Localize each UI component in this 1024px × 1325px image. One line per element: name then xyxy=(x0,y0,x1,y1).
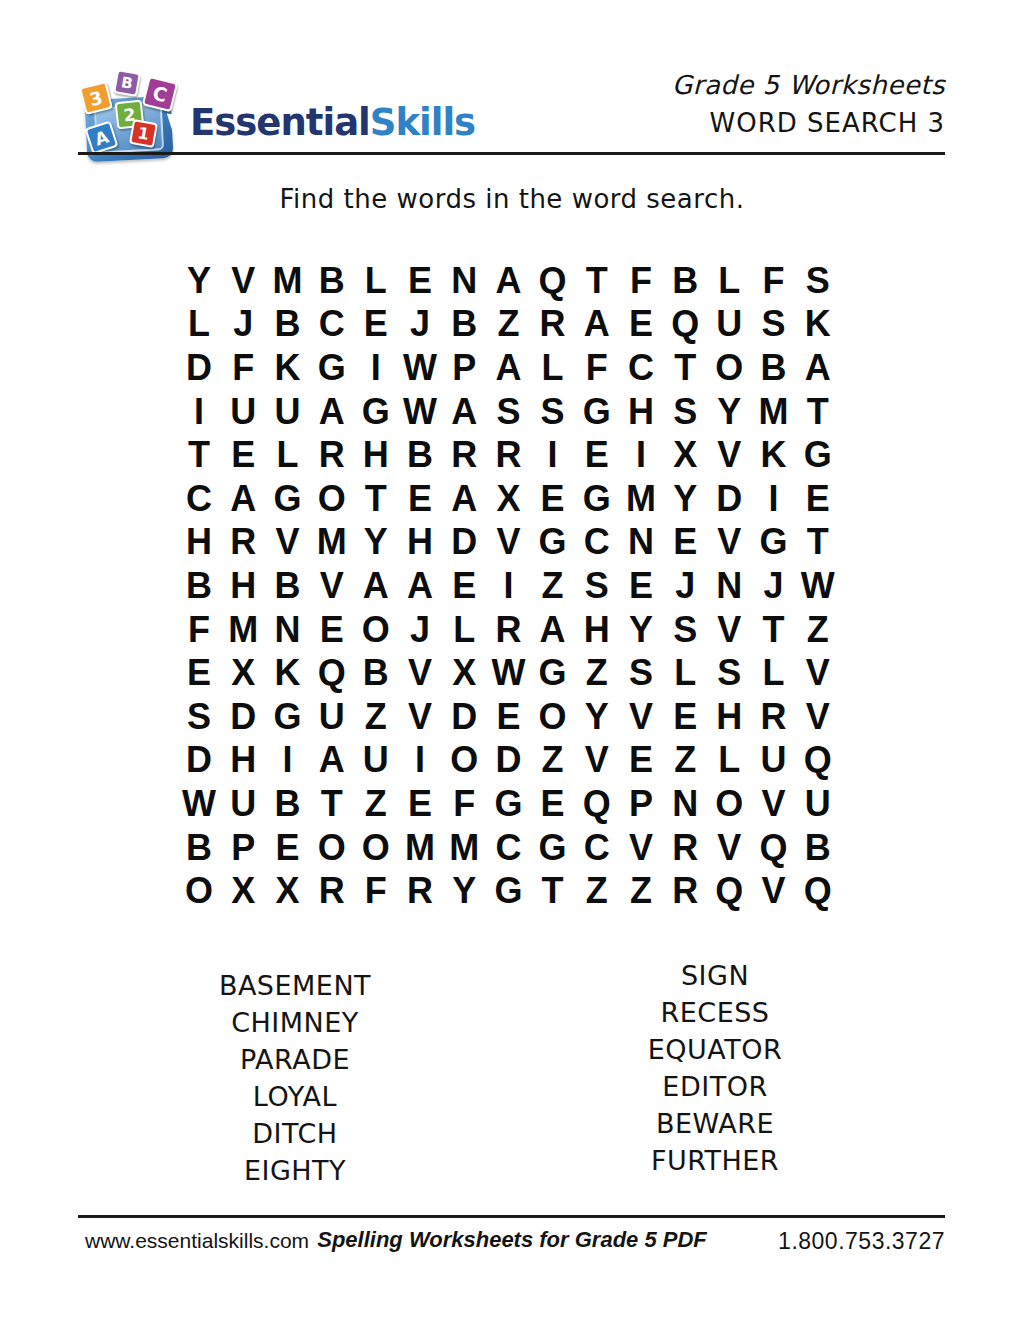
grid-cell[interactable]: V xyxy=(707,433,751,477)
grid-cell[interactable]: F xyxy=(751,259,795,303)
grid-cell[interactable]: E xyxy=(619,303,663,347)
grid-cell[interactable]: E xyxy=(663,521,707,565)
grid-cell[interactable]: A xyxy=(486,346,530,390)
grid-cell[interactable]: B xyxy=(442,303,486,347)
grid-cell[interactable]: H xyxy=(177,521,221,565)
grid-cell[interactable]: J xyxy=(221,303,265,347)
grid-cell[interactable]: S xyxy=(707,651,751,695)
grid-cell[interactable]: V xyxy=(265,521,309,565)
grid-cell[interactable]: A xyxy=(531,608,575,652)
grid-cell[interactable]: B xyxy=(663,259,707,303)
grid-cell[interactable]: U xyxy=(707,303,751,347)
grid-cell[interactable]: Y xyxy=(575,695,619,739)
grid-cell[interactable]: A xyxy=(310,390,354,434)
grid-cell[interactable]: V xyxy=(707,826,751,870)
grid-cell[interactable]: X xyxy=(265,869,309,913)
grid-cell[interactable]: Z xyxy=(354,695,398,739)
grid-cell[interactable]: W xyxy=(177,782,221,826)
grade-title: Grade 5 Worksheets xyxy=(672,70,945,100)
grid-cell[interactable]: X xyxy=(221,651,265,695)
logo-text-essential: Essential xyxy=(190,101,370,144)
grid-cell[interactable]: X xyxy=(221,869,265,913)
grid-cell[interactable]: A xyxy=(796,346,840,390)
grid-cell[interactable]: E xyxy=(619,739,663,783)
word-list-item: BASEMENT xyxy=(150,967,440,1004)
grid-cell[interactable]: B xyxy=(796,826,840,870)
logo-wordmark: EssentialSkills xyxy=(190,101,475,144)
grid-cell[interactable]: O xyxy=(310,826,354,870)
grid-cell[interactable]: O xyxy=(531,695,575,739)
grid-cell[interactable]: C xyxy=(177,477,221,521)
grid-cell[interactable]: R xyxy=(663,826,707,870)
grid-cell[interactable]: K xyxy=(751,433,795,477)
grid-cell[interactable]: S xyxy=(663,390,707,434)
grid-cell[interactable]: B xyxy=(177,564,221,608)
grid-cell[interactable]: D xyxy=(707,477,751,521)
grid-cell[interactable]: Z xyxy=(354,782,398,826)
grid-cell[interactable]: A xyxy=(398,564,442,608)
grid-cell[interactable]: O xyxy=(707,782,751,826)
grid-cell[interactable]: Y xyxy=(354,521,398,565)
grid-cell[interactable]: V xyxy=(398,695,442,739)
grid-cell[interactable]: P xyxy=(619,782,663,826)
grid-cell[interactable]: M xyxy=(751,390,795,434)
word-list-item: EDITOR xyxy=(570,1068,860,1105)
grid-cell[interactable]: G xyxy=(486,869,530,913)
grid-cell[interactable]: F xyxy=(619,259,663,303)
grid-cell[interactable]: I xyxy=(265,739,309,783)
grid-cell[interactable]: B xyxy=(177,826,221,870)
word-search-grid: YVMBLENAQTFBLFSLJBCEJBZRAEQUSKDFKGIWPALF… xyxy=(177,259,840,913)
word-list-item: CHIMNEY xyxy=(150,1004,440,1041)
grid-cell[interactable]: E xyxy=(354,303,398,347)
grid-cell[interactable]: M xyxy=(221,608,265,652)
grid-cell[interactable]: O xyxy=(707,346,751,390)
grid-cell[interactable]: G xyxy=(531,826,575,870)
worksheet-page: 3 B C 2 A 1 EssentialSkills Grade 5 Work… xyxy=(0,0,1024,1325)
logo-text-skills: Skills xyxy=(370,101,475,144)
grid-cell[interactable]: I xyxy=(354,346,398,390)
grid-cell[interactable]: S xyxy=(619,651,663,695)
grid-cell[interactable]: Q xyxy=(310,651,354,695)
grid-cell[interactable]: B xyxy=(354,651,398,695)
grid-cell[interactable]: I xyxy=(751,477,795,521)
grid-cell[interactable]: F xyxy=(575,346,619,390)
grid-cell[interactable]: A xyxy=(354,564,398,608)
grid-cell[interactable]: I xyxy=(177,390,221,434)
grid-cell[interactable]: A xyxy=(575,303,619,347)
grid-cell[interactable]: T xyxy=(796,390,840,434)
grid-cell[interactable]: A xyxy=(442,477,486,521)
grid-cell[interactable]: L xyxy=(751,651,795,695)
grid-cell[interactable]: D xyxy=(442,521,486,565)
grid-cell[interactable]: Y xyxy=(619,608,663,652)
grid-cell[interactable]: I xyxy=(531,433,575,477)
grid-cell[interactable]: P xyxy=(221,826,265,870)
word-list-item: BEWARE xyxy=(570,1105,860,1142)
grid-cell[interactable]: X xyxy=(486,477,530,521)
grid-cell[interactable]: C xyxy=(575,826,619,870)
grid-cell[interactable]: X xyxy=(663,433,707,477)
grid-cell[interactable]: R xyxy=(221,521,265,565)
grid-cell[interactable]: L xyxy=(707,259,751,303)
grid-cell[interactable]: G xyxy=(310,346,354,390)
grid-cell[interactable]: S xyxy=(751,303,795,347)
grid-cell[interactable]: V xyxy=(398,651,442,695)
grid-cell[interactable]: V xyxy=(221,259,265,303)
grid-cell[interactable]: I xyxy=(486,564,530,608)
logo-block-b: B xyxy=(113,69,141,97)
grid-cell[interactable]: D xyxy=(177,346,221,390)
grid-cell[interactable]: V xyxy=(707,521,751,565)
logo-block-1: 1 xyxy=(129,119,158,148)
grid-cell[interactable]: E xyxy=(486,695,530,739)
grid-cell[interactable]: U xyxy=(221,782,265,826)
grid-cell[interactable]: C xyxy=(619,346,663,390)
grid-cell[interactable]: Z xyxy=(575,869,619,913)
grid-cell[interactable]: R xyxy=(442,433,486,477)
grid-cell[interactable]: H xyxy=(221,739,265,783)
grid-cell[interactable]: H xyxy=(575,608,619,652)
grid-cell[interactable]: M xyxy=(619,477,663,521)
grid-cell[interactable]: E xyxy=(531,477,575,521)
grid-cell[interactable]: T xyxy=(531,869,575,913)
grid-cell[interactable]: T xyxy=(751,608,795,652)
grid-cell[interactable]: H xyxy=(619,390,663,434)
grid-cell[interactable]: M xyxy=(265,259,309,303)
grid-cell[interactable]: B xyxy=(310,259,354,303)
word-list-item: EIGHTY xyxy=(150,1152,440,1189)
grid-cell[interactable]: Q xyxy=(796,869,840,913)
word-list-left: BASEMENTCHIMNEYPARADELOYALDITCHEIGHTY xyxy=(150,967,440,1189)
grid-cell[interactable]: N xyxy=(619,521,663,565)
grid-cell[interactable]: U xyxy=(265,390,309,434)
grid-cell[interactable]: R xyxy=(486,608,530,652)
grid-cell[interactable]: H xyxy=(707,695,751,739)
grid-cell[interactable]: E xyxy=(398,782,442,826)
worksheet-title: WORD SEARCH 3 xyxy=(672,108,945,138)
grid-cell[interactable]: Q xyxy=(707,869,751,913)
grid-cell[interactable]: V xyxy=(486,521,530,565)
grid-cell[interactable]: Y xyxy=(177,259,221,303)
grid-cell[interactable]: B xyxy=(398,433,442,477)
grid-cell[interactable]: E xyxy=(310,608,354,652)
grid-cell[interactable]: M xyxy=(310,521,354,565)
grid-cell[interactable]: Z xyxy=(486,303,530,347)
grid-cell[interactable]: D xyxy=(442,695,486,739)
grid-cell[interactable]: A xyxy=(310,739,354,783)
grid-cell[interactable]: F xyxy=(442,782,486,826)
grid-cell[interactable]: E xyxy=(398,259,442,303)
grid-cell[interactable]: B xyxy=(265,303,309,347)
grid-cell[interactable]: B xyxy=(751,346,795,390)
grid-cell[interactable]: V xyxy=(575,739,619,783)
grid-cell[interactable]: F xyxy=(354,869,398,913)
grid-cell[interactable]: L xyxy=(531,346,575,390)
grid-cell[interactable]: U xyxy=(310,695,354,739)
word-list-item: SIGN xyxy=(570,957,860,994)
grid-cell[interactable]: R xyxy=(663,869,707,913)
grid-cell[interactable]: E xyxy=(221,433,265,477)
grid-cell[interactable]: S xyxy=(531,390,575,434)
grid-cell[interactable]: R xyxy=(310,433,354,477)
grid-cell[interactable]: S xyxy=(177,695,221,739)
grid-cell[interactable]: G xyxy=(575,477,619,521)
grid-cell[interactable]: L xyxy=(265,433,309,477)
grid-cell[interactable]: E xyxy=(177,651,221,695)
grid-cell[interactable]: V xyxy=(707,608,751,652)
grid-cell[interactable]: D xyxy=(221,695,265,739)
grid-cell[interactable]: Z xyxy=(531,564,575,608)
grid-cell[interactable]: E xyxy=(619,564,663,608)
footer-divider-line xyxy=(78,1215,945,1218)
grid-cell[interactable]: S xyxy=(663,608,707,652)
grid-cell[interactable]: V xyxy=(796,651,840,695)
grid-cell[interactable]: U xyxy=(354,739,398,783)
grid-cell[interactable]: S xyxy=(486,390,530,434)
grid-cell[interactable]: K xyxy=(796,303,840,347)
grid-cell[interactable]: V xyxy=(310,564,354,608)
grid-cell[interactable]: K xyxy=(265,651,309,695)
grid-cell[interactable]: L xyxy=(707,739,751,783)
grid-cell[interactable]: Z xyxy=(575,651,619,695)
grid-cell[interactable]: Q xyxy=(796,739,840,783)
grid-cell[interactable]: T xyxy=(663,346,707,390)
grid-cell[interactable]: E xyxy=(398,477,442,521)
instruction-text: Find the words in the word search. xyxy=(0,184,1024,214)
grid-cell[interactable]: N xyxy=(663,782,707,826)
grid-cell[interactable]: A xyxy=(221,477,265,521)
grid-cell[interactable]: I xyxy=(398,739,442,783)
grid-cell[interactable]: W xyxy=(796,564,840,608)
grid-cell[interactable]: M xyxy=(442,826,486,870)
grid-cell[interactable]: D xyxy=(486,739,530,783)
grid-cell[interactable]: Z xyxy=(796,608,840,652)
grid-cell[interactable]: U xyxy=(796,782,840,826)
grid-cell[interactable]: Q xyxy=(575,782,619,826)
grid-cell[interactable]: Y xyxy=(442,869,486,913)
grid-cell[interactable]: E xyxy=(442,564,486,608)
word-list-item: LOYAL xyxy=(150,1078,440,1115)
grid-cell[interactable]: B xyxy=(265,782,309,826)
grid-cell[interactable]: K xyxy=(265,346,309,390)
word-list-item: RECESS xyxy=(570,994,860,1031)
grid-cell[interactable]: J xyxy=(398,608,442,652)
grid-cell[interactable]: M xyxy=(398,826,442,870)
grid-cell[interactable]: Y xyxy=(707,390,751,434)
grid-cell[interactable]: X xyxy=(442,651,486,695)
grid-cell[interactable]: T xyxy=(796,521,840,565)
word-list-item: EQUATOR xyxy=(570,1031,860,1068)
grid-cell[interactable]: R xyxy=(531,303,575,347)
grid-cell[interactable]: L xyxy=(442,608,486,652)
grid-cell[interactable]: E xyxy=(575,433,619,477)
grid-cell[interactable]: G xyxy=(575,390,619,434)
grid-cell[interactable]: T xyxy=(310,782,354,826)
word-list-right: SIGNRECESSEQUATOREDITORBEWAREFURTHER xyxy=(570,957,860,1179)
grid-cell[interactable]: L xyxy=(354,259,398,303)
grid-cell[interactable]: Q xyxy=(751,826,795,870)
grid-cell[interactable]: U xyxy=(221,390,265,434)
grid-cell[interactable]: V xyxy=(619,695,663,739)
grid-cell[interactable]: A xyxy=(486,259,530,303)
grid-cell[interactable]: J xyxy=(663,564,707,608)
header-divider-line xyxy=(78,152,945,155)
grid-cell[interactable]: C xyxy=(575,521,619,565)
grid-cell[interactable]: J xyxy=(398,303,442,347)
grid-cell[interactable]: J xyxy=(751,564,795,608)
grid-cell[interactable]: G xyxy=(265,695,309,739)
word-list-item: PARADE xyxy=(150,1041,440,1078)
grid-cell[interactable]: N xyxy=(265,608,309,652)
grid-cell[interactable]: W xyxy=(486,651,530,695)
grid-cell[interactable]: P xyxy=(442,346,486,390)
grid-cell[interactable]: N xyxy=(707,564,751,608)
grid-cell[interactable]: N xyxy=(442,259,486,303)
grid-cell[interactable]: W xyxy=(398,346,442,390)
grid-cell[interactable]: E xyxy=(531,782,575,826)
header-titles: Grade 5 Worksheets WORD SEARCH 3 xyxy=(672,70,945,138)
word-list-item: FURTHER xyxy=(570,1142,860,1179)
grid-cell[interactable]: R xyxy=(310,869,354,913)
grid-cell[interactable]: A xyxy=(442,390,486,434)
grid-cell[interactable]: G xyxy=(354,390,398,434)
grid-cell[interactable]: Q xyxy=(531,259,575,303)
grid-cell[interactable]: R xyxy=(486,433,530,477)
grid-cell[interactable]: O xyxy=(354,826,398,870)
grid-cell[interactable]: G xyxy=(531,651,575,695)
grid-cell[interactable]: Y xyxy=(663,477,707,521)
grid-cell[interactable]: O xyxy=(354,608,398,652)
grid-cell[interactable]: L xyxy=(177,303,221,347)
grid-cell[interactable]: G xyxy=(265,477,309,521)
word-list-item: DITCH xyxy=(150,1115,440,1152)
grid-cell[interactable]: Z xyxy=(531,739,575,783)
grid-cell[interactable]: R xyxy=(751,695,795,739)
grid-cell[interactable]: H xyxy=(398,521,442,565)
grid-cell[interactable]: F xyxy=(177,608,221,652)
grid-cell[interactable]: Z xyxy=(619,869,663,913)
grid-cell[interactable]: V xyxy=(751,869,795,913)
grid-cell[interactable]: I xyxy=(619,433,663,477)
grid-cell[interactable]: V xyxy=(619,826,663,870)
grid-cell[interactable]: U xyxy=(751,739,795,783)
grid-cell[interactable]: G xyxy=(486,782,530,826)
grid-cell[interactable]: B xyxy=(265,564,309,608)
grid-cell[interactable]: W xyxy=(398,390,442,434)
grid-cell[interactable]: H xyxy=(221,564,265,608)
grid-cell[interactable]: O xyxy=(442,739,486,783)
grid-cell[interactable]: Q xyxy=(663,303,707,347)
grid-cell[interactable]: C xyxy=(486,826,530,870)
grid-cell[interactable]: E xyxy=(663,695,707,739)
grid-cell[interactable]: D xyxy=(177,739,221,783)
grid-cell[interactable]: Z xyxy=(663,739,707,783)
grid-cell[interactable]: E xyxy=(796,477,840,521)
grid-cell[interactable]: T xyxy=(575,259,619,303)
grid-cell[interactable]: T xyxy=(354,477,398,521)
grid-cell[interactable]: O xyxy=(177,869,221,913)
grid-cell[interactable]: G xyxy=(531,521,575,565)
grid-cell[interactable]: V xyxy=(796,695,840,739)
grid-cell[interactable]: G xyxy=(796,433,840,477)
grid-cell[interactable]: L xyxy=(663,651,707,695)
grid-cell[interactable]: H xyxy=(354,433,398,477)
grid-cell[interactable]: F xyxy=(221,346,265,390)
footer-phone: 1.800.753.3727 xyxy=(778,1228,945,1255)
grid-cell[interactable]: E xyxy=(265,826,309,870)
grid-cell[interactable]: R xyxy=(398,869,442,913)
grid-cell[interactable]: T xyxy=(177,433,221,477)
grid-cell[interactable]: O xyxy=(310,477,354,521)
grid-cell[interactable]: S xyxy=(796,259,840,303)
grid-cell[interactable]: G xyxy=(751,521,795,565)
grid-cell[interactable]: V xyxy=(751,782,795,826)
grid-cell[interactable]: C xyxy=(310,303,354,347)
grid-cell[interactable]: S xyxy=(575,564,619,608)
